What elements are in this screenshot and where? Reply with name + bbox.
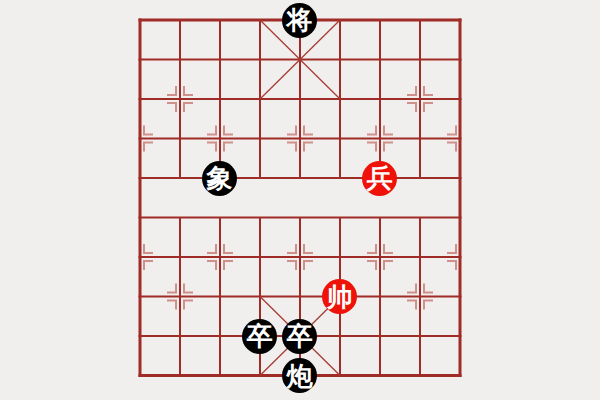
- xiangqi-board: 将象兵帅卒卒炮: [0, 0, 600, 400]
- piece-black-soldier[interactable]: 卒: [282, 319, 317, 354]
- piece-black-general[interactable]: 将: [282, 3, 317, 38]
- pieces-layer: 将象兵帅卒卒炮: [120, 0, 480, 395]
- piece-black-elephant[interactable]: 象: [202, 161, 237, 196]
- piece-red-soldier[interactable]: 兵: [362, 161, 397, 196]
- piece-red-general[interactable]: 帅: [322, 279, 357, 314]
- piece-black-cannon[interactable]: 炮: [282, 358, 317, 393]
- piece-black-soldier[interactable]: 卒: [242, 319, 277, 354]
